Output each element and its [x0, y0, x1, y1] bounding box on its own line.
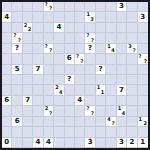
cell-r6c6[interactable]: [65, 65, 75, 75]
cell-r9c9[interactable]: [96, 96, 106, 106]
cell-r6c7[interactable]: [75, 65, 85, 75]
cell-r6c13[interactable]: [138, 65, 148, 75]
clue-value: 5: [12, 65, 21, 74]
cell-r12c12[interactable]: [127, 127, 137, 137]
cell-r3c5[interactable]: [54, 33, 64, 43]
cell-r1c12[interactable]: [127, 12, 137, 22]
cell-r12c4[interactable]: [44, 127, 54, 137]
cell-r11c11[interactable]: [117, 117, 127, 127]
cell-r0c12[interactable]: [127, 2, 137, 12]
cell-r8c7[interactable]: [75, 85, 85, 95]
clue-cell-r10c8: ??: [85, 106, 95, 116]
cell-r9c13[interactable]: [138, 96, 148, 106]
cell-r5c9[interactable]: [96, 54, 106, 64]
clue-value: 7: [33, 65, 42, 74]
cell-r10c9[interactable]: [96, 106, 106, 116]
clue-cell-r5c13: ??: [138, 54, 148, 64]
clue-value-1: 1: [118, 106, 121, 111]
clue-value-2: 4: [59, 90, 62, 95]
cell-r9c3[interactable]: [33, 96, 43, 106]
cell-r2c7[interactable]: [75, 23, 85, 33]
cell-r4c2[interactable]: [23, 44, 33, 54]
clue-cell-r8c5: 24: [54, 85, 64, 95]
cell-r13c7[interactable]: [75, 138, 85, 148]
cell-r1c6[interactable]: [65, 12, 75, 22]
clue-value-1: 2: [24, 23, 27, 28]
clue-cell-r10c4: 2?: [44, 106, 54, 116]
cell-r0c13[interactable]: [138, 2, 148, 12]
cell-r5c8[interactable]: [85, 54, 95, 64]
clue-cell-r11c10: 4?: [106, 117, 116, 127]
cell-r3c3[interactable]: [33, 33, 43, 43]
clue-value: 4: [2, 12, 11, 21]
cell-r6c10[interactable]: [106, 65, 116, 75]
cell-r11c8[interactable]: [85, 117, 95, 127]
cell-r5c11[interactable]: [117, 54, 127, 64]
clue-value-2: ?: [81, 59, 84, 64]
clue-value-1: ?: [86, 106, 89, 111]
cell-r2c3[interactable]: [33, 23, 43, 33]
clue-cell-r4c4: ??: [44, 44, 54, 54]
cell-r7c13[interactable]: [138, 75, 148, 85]
cell-r3c13[interactable]: [138, 33, 148, 43]
cell-r4c9[interactable]: [96, 44, 106, 54]
cell-r8c0[interactable]: [2, 85, 12, 95]
clue-value: 4: [75, 96, 84, 105]
cell-r12c9[interactable]: [96, 127, 106, 137]
clue-cell-r11c13: 12: [138, 117, 148, 127]
cell-r12c6[interactable]: [65, 127, 75, 137]
cell-r1c5[interactable]: [54, 12, 64, 22]
cell-r12c5[interactable]: [54, 127, 64, 137]
clue-value-1: 1: [97, 85, 100, 90]
clue-cell-r13c4: 4: [44, 138, 54, 148]
cell-r12c7[interactable]: [75, 127, 85, 137]
cell-r12c13[interactable]: [138, 127, 148, 137]
cell-r5c12[interactable]: [127, 54, 137, 64]
clue-value-2: 2: [144, 121, 147, 126]
cell-r7c11[interactable]: [117, 75, 127, 85]
cell-r3c0[interactable]: [2, 33, 12, 43]
cell-r13c9[interactable]: [96, 138, 106, 148]
cell-r2c9[interactable]: [96, 23, 106, 33]
cell-r8c10[interactable]: [106, 85, 116, 95]
clue-value-2: ?: [18, 38, 21, 43]
cell-r12c2[interactable]: [23, 127, 33, 137]
cell-r5c0[interactable]: [2, 54, 12, 64]
cell-r5c3[interactable]: [33, 54, 43, 64]
cell-r6c2[interactable]: [23, 65, 33, 75]
cell-r5c4[interactable]: [44, 54, 54, 64]
cell-r8c8[interactable]: [85, 85, 95, 95]
cell-r10c3[interactable]: [33, 106, 43, 116]
cell-r10c7[interactable]: [75, 106, 85, 116]
cell-r7c12[interactable]: [127, 75, 137, 85]
cell-r8c2[interactable]: [23, 85, 33, 95]
clue-value: 1: [138, 138, 148, 147]
clue-cell-r1c8: 13: [85, 12, 95, 22]
cell-r13c6[interactable]: [65, 138, 75, 148]
clue-cell-r6c1: 5: [12, 65, 22, 75]
clue-cell-r13c13: 1: [138, 138, 148, 148]
cell-r4c6[interactable]: [65, 44, 75, 54]
cell-r2c0[interactable]: [2, 23, 12, 33]
cell-r0c9[interactable]: [96, 2, 106, 12]
clue-value: 3: [117, 2, 126, 11]
clue-value-2: ?: [91, 38, 94, 43]
clue-value: ?: [12, 44, 21, 53]
cell-r11c12[interactable]: [127, 117, 137, 127]
cell-r8c13[interactable]: [138, 85, 148, 95]
cell-r13c5[interactable]: [54, 138, 64, 148]
cell-r2c4[interactable]: [44, 23, 54, 33]
cell-r4c3[interactable]: [33, 44, 43, 54]
clue-value: 2: [127, 138, 136, 147]
clue-value: 3: [85, 138, 94, 147]
cell-r11c5[interactable]: [54, 117, 64, 127]
clue-value-1: ?: [139, 54, 142, 59]
cell-r10c5[interactable]: [54, 106, 64, 116]
cell-r8c12[interactable]: [127, 85, 137, 95]
clue-value: 3: [117, 138, 126, 147]
cell-r4c11[interactable]: [117, 44, 127, 54]
cell-r0c2[interactable]: [23, 2, 33, 12]
cell-r10c12[interactable]: [127, 106, 137, 116]
clue-cell-r2c2: 22: [23, 23, 33, 33]
cell-r2c6[interactable]: [65, 23, 75, 33]
cell-r7c0[interactable]: [2, 75, 12, 85]
cell-r11c2[interactable]: [23, 117, 33, 127]
clue-value-1: 1: [139, 117, 142, 122]
clue-value: 7: [117, 85, 126, 94]
clue-value: 3: [138, 12, 148, 21]
clue-value: 6: [2, 96, 11, 105]
cell-r3c11[interactable]: [117, 33, 127, 43]
cell-r7c8[interactable]: [85, 75, 95, 85]
cell-r8c6[interactable]: [65, 85, 75, 95]
clue-value-2: 2: [28, 27, 31, 32]
clue-cell-r1c13: 3: [138, 12, 148, 22]
cell-r1c4[interactable]: [44, 12, 54, 22]
clue-cell-r6c3: 7: [33, 65, 43, 75]
clue-cell-r9c7: 4: [75, 96, 85, 106]
cell-r2c12[interactable]: [127, 23, 137, 33]
tapa-board: ??34133224????????143?6????57??241176742…: [0, 0, 150, 150]
clue-cell-r4c10: 14: [106, 44, 116, 54]
cell-r11c3[interactable]: [33, 117, 43, 127]
clue-value-2: ?: [49, 48, 52, 53]
clue-value: 4: [33, 138, 42, 147]
cell-r1c3[interactable]: [33, 12, 43, 22]
cell-r2c11[interactable]: [117, 23, 127, 33]
cell-r1c1[interactable]: [12, 12, 22, 22]
cell-r3c9[interactable]: [96, 33, 106, 43]
clue-value-2: 3: [90, 17, 93, 22]
clue-value: ?: [65, 75, 74, 84]
cell-r12c0[interactable]: [2, 127, 12, 137]
clue-cell-r9c0: 6: [2, 96, 12, 106]
clue-cell-r4c8: ?: [85, 44, 95, 54]
cell-r0c5[interactable]: [54, 2, 64, 12]
cell-r1c7[interactable]: [75, 12, 85, 22]
cell-r9c6[interactable]: [65, 96, 75, 106]
cell-r1c9[interactable]: [96, 12, 106, 22]
clue-value-2: 4: [122, 111, 125, 116]
cell-r8c4[interactable]: [44, 85, 54, 95]
clue-cell-r13c3: 4: [33, 138, 43, 148]
cell-r2c10[interactable]: [106, 23, 116, 33]
clue-value: 4: [44, 138, 53, 147]
clue-value: 4: [54, 23, 63, 32]
clue-value-1: ?: [13, 33, 16, 38]
clue-cell-r11c1: 6: [12, 117, 22, 127]
clue-value-1: 3: [128, 44, 131, 49]
cell-r5c5[interactable]: [54, 54, 64, 64]
cell-r6c5[interactable]: [54, 65, 64, 75]
clue-value-1: ?: [76, 54, 79, 59]
clue-cell-r8c11: 7: [117, 85, 127, 95]
clue-value-1: ?: [86, 33, 89, 38]
cell-r4c0[interactable]: [2, 44, 12, 54]
cell-r0c0[interactable]: [2, 2, 12, 12]
clue-cell-r3c1: ??: [12, 33, 22, 43]
cell-r5c10[interactable]: [106, 54, 116, 64]
cell-r12c1[interactable]: [12, 127, 22, 137]
clue-value-2: ?: [144, 59, 147, 64]
cell-r0c6[interactable]: [65, 2, 75, 12]
cell-r5c2[interactable]: [23, 54, 33, 64]
clue-value: ?: [85, 44, 94, 53]
cell-r4c5[interactable]: [54, 44, 64, 54]
cell-r13c2[interactable]: [23, 138, 33, 148]
cell-r3c6[interactable]: [65, 33, 75, 43]
cell-r11c4[interactable]: [44, 117, 54, 127]
clue-value: 6: [12, 117, 21, 126]
clue-cell-r5c6: 6: [65, 54, 75, 64]
cell-r12c8[interactable]: [85, 127, 95, 137]
clue-cell-r13c0: 0: [2, 138, 12, 148]
cell-r13c1[interactable]: [12, 138, 22, 148]
cell-r11c6[interactable]: [65, 117, 75, 127]
cell-r12c11[interactable]: [117, 127, 127, 137]
clue-value-1: 2: [45, 106, 48, 111]
cell-r6c0[interactable]: [2, 65, 12, 75]
cell-r13c10[interactable]: [106, 138, 116, 148]
cell-r7c4[interactable]: [44, 75, 54, 85]
clue-value: ?: [96, 65, 105, 74]
clue-value-1: 4: [107, 117, 110, 122]
clue-value: 0: [2, 138, 11, 147]
cell-r7c3[interactable]: [33, 75, 43, 85]
clue-value: 6: [65, 54, 74, 63]
clue-cell-r8c9: 11: [96, 85, 106, 95]
cell-r9c1[interactable]: [12, 96, 22, 106]
clue-cell-r4c12: 3?: [127, 44, 137, 54]
clue-cell-r1c0: 4: [2, 12, 12, 22]
clue-cell-r13c8: 3: [85, 138, 95, 148]
cell-r0c1[interactable]: [12, 2, 22, 12]
cell-r11c0[interactable]: [2, 117, 12, 127]
clue-cell-r3c8: ??: [85, 33, 95, 43]
clue-cell-r10c11: 14: [117, 106, 127, 116]
clue-value-2: ?: [91, 111, 94, 116]
cell-r7c10[interactable]: [106, 75, 116, 85]
cell-r11c7[interactable]: [75, 117, 85, 127]
clue-cell-r13c12: 2: [127, 138, 137, 148]
cell-r7c7[interactable]: [75, 75, 85, 85]
cell-r10c6[interactable]: [65, 106, 75, 116]
cell-r6c4[interactable]: [44, 65, 54, 75]
clue-cell-r6c9: ?: [96, 65, 106, 75]
cell-r6c11[interactable]: [117, 65, 127, 75]
cell-r1c11[interactable]: [117, 12, 127, 22]
cell-r9c5[interactable]: [54, 96, 64, 106]
cell-r6c12[interactable]: [127, 65, 137, 75]
clue-cell-r13c11: 3: [117, 138, 127, 148]
clue-cell-r5c7: ??: [75, 54, 85, 64]
clue-value-2: 4: [111, 48, 114, 53]
clue-value-2: ?: [112, 121, 115, 126]
cell-r3c7[interactable]: [75, 33, 85, 43]
clue-cell-r0c4: ??: [44, 2, 54, 12]
clue-value-2: ?: [49, 6, 52, 11]
cell-r2c13[interactable]: [138, 23, 148, 33]
cell-r10c0[interactable]: [2, 106, 12, 116]
clue-cell-r0c11: 3: [117, 2, 127, 12]
cell-r12c10[interactable]: [106, 127, 116, 137]
cell-r6c8[interactable]: [85, 65, 95, 75]
clue-cell-r2c5: 4: [54, 23, 64, 33]
cell-r9c12[interactable]: [127, 96, 137, 106]
clue-value: 7: [23, 96, 32, 105]
cell-r0c3[interactable]: [33, 2, 43, 12]
cell-r3c2[interactable]: [23, 33, 33, 43]
cell-r10c2[interactable]: [23, 106, 33, 116]
clue-value-1: ?: [45, 44, 48, 49]
cell-r8c1[interactable]: [12, 85, 22, 95]
cell-r0c7[interactable]: [75, 2, 85, 12]
cell-r5c1[interactable]: [12, 54, 22, 64]
clue-cell-r9c2: 7: [23, 96, 33, 106]
cell-r7c2[interactable]: [23, 75, 33, 85]
clue-value-1: ?: [45, 2, 48, 7]
cell-r12c3[interactable]: [33, 127, 43, 137]
tapa-puzzle-screenshot: ??34133224????????143?6????57??241176742…: [0, 0, 150, 150]
cell-r11c9[interactable]: [96, 117, 106, 127]
cell-r8c3[interactable]: [33, 85, 43, 95]
cell-r10c1[interactable]: [12, 106, 22, 116]
clue-value-2: ?: [49, 111, 52, 116]
clue-cell-r7c6: ?: [65, 75, 75, 85]
cell-r1c10[interactable]: [106, 12, 116, 22]
cell-r9c10[interactable]: [106, 96, 116, 106]
cell-r7c1[interactable]: [12, 75, 22, 85]
clue-value-2: 1: [101, 90, 104, 95]
cell-r0c10[interactable]: [106, 2, 116, 12]
clue-cell-r4c1: ?: [12, 44, 22, 54]
clue-value-2: ?: [133, 48, 136, 53]
